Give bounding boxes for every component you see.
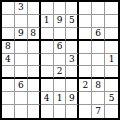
- cell-r9c2[interactable]: [15, 105, 28, 118]
- cell-r6c5[interactable]: 2: [54, 66, 67, 79]
- cell-r3c5[interactable]: [54, 28, 67, 41]
- cell-r5c6[interactable]: 3: [66, 54, 79, 67]
- cell-r4c9[interactable]: [105, 41, 118, 54]
- cell-r9c6[interactable]: [66, 105, 79, 118]
- cell-r1c7[interactable]: [79, 2, 92, 15]
- cell-r8c2[interactable]: [15, 92, 28, 105]
- cell-r2c6[interactable]: 5: [66, 15, 79, 28]
- cell-r1c1[interactable]: [2, 2, 15, 15]
- cell-r4c4[interactable]: [41, 41, 54, 54]
- cell-r4c7[interactable]: [79, 41, 92, 54]
- cell-r9c1[interactable]: [2, 105, 15, 118]
- cell-r3c9[interactable]: [105, 28, 118, 41]
- cell-r5c2[interactable]: [15, 54, 28, 67]
- cell-r4c5[interactable]: 6: [54, 41, 67, 54]
- cell-r8c5[interactable]: 1: [54, 92, 67, 105]
- cell-r2c8[interactable]: [92, 15, 105, 28]
- cell-r1c2[interactable]: 3: [15, 2, 28, 15]
- cell-r2c1[interactable]: [2, 15, 15, 28]
- cell-r6c8[interactable]: [92, 66, 105, 79]
- cell-r4c3[interactable]: [28, 41, 41, 54]
- cell-r5c1[interactable]: 4: [2, 54, 15, 67]
- cell-r2c2[interactable]: [15, 15, 28, 28]
- cell-r8c6[interactable]: 9: [66, 92, 79, 105]
- cell-r4c6[interactable]: [66, 41, 79, 54]
- cell-r3c1[interactable]: [2, 28, 15, 41]
- cell-r3c4[interactable]: [41, 28, 54, 41]
- cell-r7c1[interactable]: [2, 79, 15, 92]
- cell-r6c9[interactable]: [105, 66, 118, 79]
- cell-r1c6[interactable]: [66, 2, 79, 15]
- cell-r5c3[interactable]: [28, 54, 41, 67]
- cell-r9c9[interactable]: [105, 105, 118, 118]
- cell-r1c3[interactable]: [28, 2, 41, 15]
- cell-r7c6[interactable]: [66, 79, 79, 92]
- cell-r2c5[interactable]: 9: [54, 15, 67, 28]
- cell-r7c5[interactable]: [54, 79, 67, 92]
- cell-r6c6[interactable]: [66, 66, 79, 79]
- cell-r5c8[interactable]: [92, 54, 105, 67]
- cell-r6c1[interactable]: [2, 66, 15, 79]
- cell-r5c4[interactable]: [41, 54, 54, 67]
- cell-r3c2[interactable]: 9: [15, 28, 28, 41]
- cell-r3c6[interactable]: [66, 28, 79, 41]
- cell-r1c4[interactable]: [41, 2, 54, 15]
- cell-r8c7[interactable]: [79, 92, 92, 105]
- cell-r5c7[interactable]: [79, 54, 92, 67]
- cell-r7c4[interactable]: [41, 79, 54, 92]
- cell-r6c7[interactable]: [79, 66, 92, 79]
- cell-r7c9[interactable]: [105, 79, 118, 92]
- cell-r9c4[interactable]: [41, 105, 54, 118]
- cell-r9c8[interactable]: 7: [92, 105, 105, 118]
- cell-r4c8[interactable]: [92, 41, 105, 54]
- cell-r5c9[interactable]: 1: [105, 54, 118, 67]
- cell-r5c5[interactable]: [54, 54, 67, 67]
- cell-r1c8[interactable]: [92, 2, 105, 15]
- cell-r8c4[interactable]: 4: [41, 92, 54, 105]
- cell-r3c7[interactable]: [79, 28, 92, 41]
- cell-r7c2[interactable]: 6: [15, 79, 28, 92]
- cell-r7c7[interactable]: 2: [79, 79, 92, 92]
- cell-r6c3[interactable]: [28, 66, 41, 79]
- cell-r9c5[interactable]: [54, 105, 67, 118]
- cell-r8c9[interactable]: 5: [105, 92, 118, 105]
- cell-r7c3[interactable]: [28, 79, 41, 92]
- cell-r9c7[interactable]: [79, 105, 92, 118]
- cell-r8c3[interactable]: [28, 92, 41, 105]
- cell-r6c2[interactable]: [15, 66, 28, 79]
- sudoku-board: 319598686431262841957: [0, 0, 120, 120]
- cell-r7c8[interactable]: 8: [92, 79, 105, 92]
- cell-r1c9[interactable]: [105, 2, 118, 15]
- cell-r1c5[interactable]: [54, 2, 67, 15]
- cell-r2c7[interactable]: [79, 15, 92, 28]
- cell-r3c3[interactable]: 8: [28, 28, 41, 41]
- cell-r8c1[interactable]: [2, 92, 15, 105]
- cell-r9c3[interactable]: [28, 105, 41, 118]
- cell-r4c2[interactable]: [15, 41, 28, 54]
- cell-r2c3[interactable]: [28, 15, 41, 28]
- cell-r8c8[interactable]: [92, 92, 105, 105]
- cell-r2c9[interactable]: [105, 15, 118, 28]
- cell-r4c1[interactable]: 8: [2, 41, 15, 54]
- cell-r2c4[interactable]: 1: [41, 15, 54, 28]
- cell-r3c8[interactable]: 6: [92, 28, 105, 41]
- cell-r6c4[interactable]: [41, 66, 54, 79]
